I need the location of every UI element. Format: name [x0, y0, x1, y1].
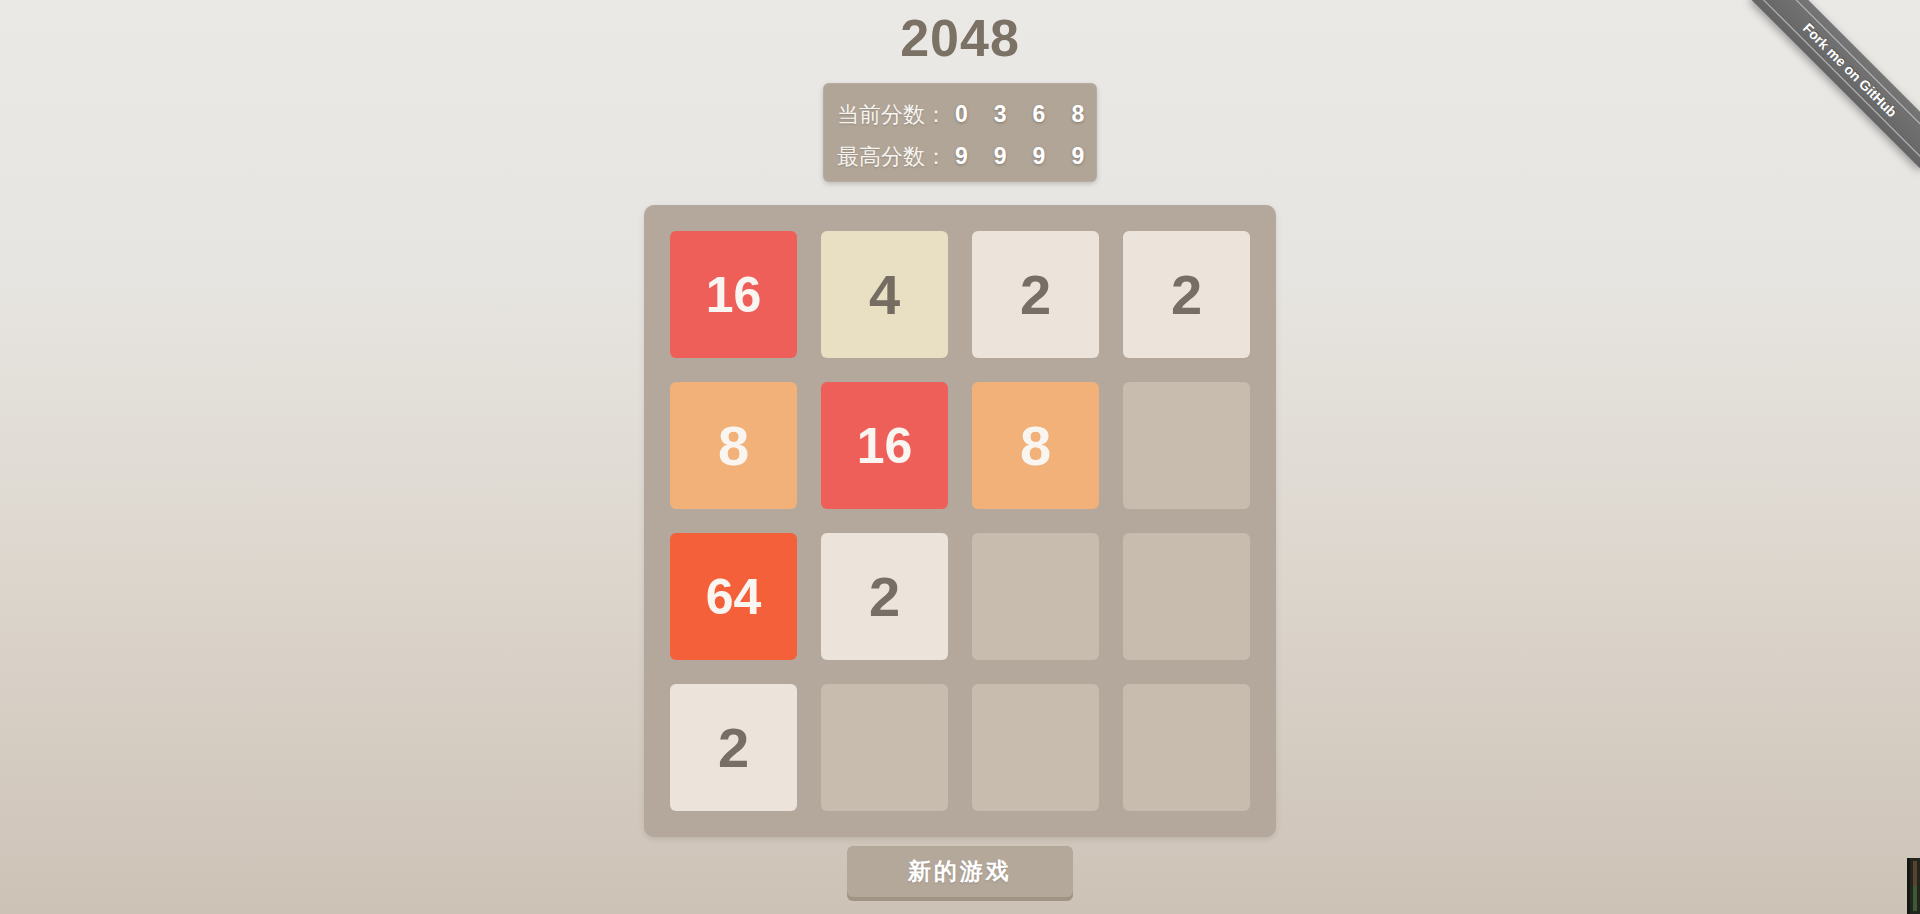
empty-cell-r3c3 — [1123, 684, 1250, 811]
tile-8-r1c0: 8 — [670, 382, 797, 509]
current-score-digit: 0 — [955, 101, 968, 128]
scrollbar-stripe-brown — [1913, 861, 1917, 886]
new-game-button[interactable]: 新的游戏 — [847, 846, 1073, 897]
empty-cell-r2c3 — [1123, 533, 1250, 660]
empty-cell-r3c1 — [821, 684, 948, 811]
empty-cell-r2c2 — [972, 533, 1099, 660]
tile-2-r0c3: 2 — [1123, 231, 1250, 358]
best-score-digit: 9 — [1033, 143, 1046, 170]
tile-16-r1c1: 16 — [821, 382, 948, 509]
tile-64-r2c0: 64 — [670, 533, 797, 660]
best-score-value: 9 9 9 9 — [955, 143, 1084, 170]
game-page: 2048 当前分数： 0 3 6 8 最高分数： 9 9 9 9 16 4 2 … — [0, 0, 1920, 897]
empty-cell-r3c2 — [972, 684, 1099, 811]
best-score-digit: 9 — [955, 143, 968, 170]
page-title: 2048 — [900, 8, 1020, 68]
best-score-digit: 9 — [1071, 143, 1084, 170]
current-score-value: 0 3 6 8 — [955, 101, 1084, 128]
tile-16-r0c0: 16 — [670, 231, 797, 358]
scrollbar-stripe-green — [1913, 886, 1917, 911]
game-board: 16 4 2 2 8 16 8 64 2 2 — [644, 205, 1276, 837]
current-score-digit: 8 — [1071, 101, 1084, 128]
current-score-digit: 6 — [1033, 101, 1046, 128]
tile-8-r1c2: 8 — [972, 382, 1099, 509]
scrollbar-thumb[interactable] — [1907, 858, 1920, 914]
current-score-row: 当前分数： 0 3 6 8 — [837, 100, 1083, 130]
current-score-label: 当前分数： — [837, 100, 947, 130]
best-score-label: 最高分数： — [837, 142, 947, 172]
best-score-row: 最高分数： 9 9 9 9 — [837, 142, 1083, 172]
empty-cell-r1c3 — [1123, 382, 1250, 509]
best-score-digit: 9 — [994, 143, 1007, 170]
tile-2-r2c1: 2 — [821, 533, 948, 660]
tile-2-r3c0: 2 — [670, 684, 797, 811]
tile-4-r0c1: 4 — [821, 231, 948, 358]
score-panel: 当前分数： 0 3 6 8 最高分数： 9 9 9 9 — [823, 83, 1097, 182]
current-score-digit: 3 — [994, 101, 1007, 128]
tile-2-r0c2: 2 — [972, 231, 1099, 358]
